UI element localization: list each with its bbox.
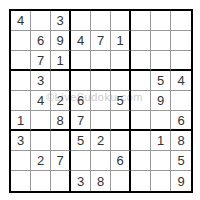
sudoku-cell-r9c5[interactable]: 8 [91,171,111,191]
sudoku-cell-r4c5[interactable] [91,71,111,91]
sudoku-cell-r6c2[interactable] [31,111,51,131]
sudoku-cell-r7c5[interactable]: 2 [91,131,111,151]
sudoku-cell-r8c2[interactable]: 2 [31,151,51,171]
sudoku-cell-r4c4[interactable] [71,71,91,91]
sudoku-cell-r8c3[interactable]: 7 [51,151,71,171]
sudoku-cell-r1c2[interactable] [31,11,51,31]
sudoku-cell-r1c9[interactable] [171,11,191,31]
sudoku-cell-r7c1[interactable]: 3 [11,131,31,151]
sudoku-cell-r3c1[interactable] [11,51,31,71]
sudoku-cell-r1c4[interactable] [71,11,91,31]
sudoku-cell-r2c7[interactable] [131,31,151,51]
sudoku-cell-r6c5[interactable] [91,111,111,131]
sudoku-cell-r5c3[interactable]: 2 [51,91,71,111]
sudoku-cell-r5c5[interactable] [91,91,111,111]
sudoku-cell-r6c9[interactable]: 6 [171,111,191,131]
sudoku-cell-r7c9[interactable]: 8 [171,131,191,151]
sudoku-cell-r7c4[interactable]: 5 [71,131,91,151]
sudoku-cell-r8c8[interactable] [151,151,171,171]
sudoku-cell-r9c1[interactable] [11,171,31,191]
sudoku-cell-r8c5[interactable] [91,151,111,171]
sudoku-cell-r2c8[interactable] [151,31,171,51]
sudoku-cell-r9c9[interactable]: 9 [171,171,191,191]
sudoku-cell-r5c8[interactable]: 9 [151,91,171,111]
sudoku-cell-r3c7[interactable] [131,51,151,71]
sudoku-cell-r5c2[interactable]: 4 [31,91,51,111]
sudoku-cell-r8c9[interactable]: 5 [171,151,191,171]
sudoku-cell-r5c4[interactable]: 6 [71,91,91,111]
sudoku-cell-r4c2[interactable]: 3 [31,71,51,91]
sudoku-cell-r9c6[interactable] [111,171,131,191]
sudoku-cell-r3c9[interactable] [171,51,191,71]
sudoku-cell-r1c1[interactable]: 4 [11,11,31,31]
sudoku-cell-r4c9[interactable]: 4 [171,71,191,91]
sudoku-cell-r7c8[interactable]: 1 [151,131,171,151]
sudoku-cell-r3c8[interactable] [151,51,171,71]
sudoku-cell-r4c3[interactable] [51,71,71,91]
sudoku-cell-r6c7[interactable] [131,111,151,131]
sudoku-cell-r1c7[interactable] [131,11,151,31]
sudoku-cell-r4c1[interactable] [11,71,31,91]
sudoku-cell-r3c5[interactable] [91,51,111,71]
sudoku-cell-r9c7[interactable] [131,171,151,191]
sudoku-cell-r2c3[interactable]: 9 [51,31,71,51]
sudoku-cell-r3c3[interactable]: 1 [51,51,71,71]
sudoku-cell-r9c3[interactable] [51,171,71,191]
sudoku-cell-r8c7[interactable] [131,151,151,171]
sudoku-cell-r9c8[interactable] [151,171,171,191]
sudoku-cell-r2c9[interactable] [171,31,191,51]
sudoku-cell-r3c6[interactable] [111,51,131,71]
sudoku-cell-r8c6[interactable]: 6 [111,151,131,171]
sudoku-cell-r3c4[interactable] [71,51,91,71]
sudoku-cell-r2c2[interactable]: 6 [31,31,51,51]
sudoku-cell-r8c4[interactable] [71,151,91,171]
sudoku-cell-r2c6[interactable]: 1 [111,31,131,51]
sudoku-cell-r6c1[interactable]: 1 [11,111,31,131]
sudoku-cell-r7c6[interactable] [111,131,131,151]
sudoku-cell-r6c8[interactable] [151,111,171,131]
sudoku-cell-r2c4[interactable]: 4 [71,31,91,51]
sudoku-cell-r1c6[interactable] [111,11,131,31]
sudoku-cell-r3c2[interactable]: 7 [31,51,51,71]
sudoku-cell-r4c8[interactable]: 5 [151,71,171,91]
sudoku-cell-r4c6[interactable] [111,71,131,91]
sudoku-cell-r4c7[interactable] [131,71,151,91]
sudoku-cell-r9c4[interactable]: 3 [71,171,91,191]
sudoku-cell-r7c2[interactable] [31,131,51,151]
sudoku-cell-r1c8[interactable] [151,11,171,31]
sudoku-cell-r7c3[interactable] [51,131,71,151]
sudoku-cell-r5c7[interactable] [131,91,151,111]
sudoku-cell-r6c3[interactable]: 8 [51,111,71,131]
sudoku-cell-r5c6[interactable]: 5 [111,91,131,111]
sudoku-cell-r1c5[interactable] [91,11,111,31]
sudoku-cell-r2c5[interactable]: 7 [91,31,111,51]
sudoku-board: ©LiveSudoku.com 436947171354426591876352… [9,9,193,193]
sudoku-cell-r6c4[interactable]: 7 [71,111,91,131]
sudoku-cell-r2c1[interactable] [11,31,31,51]
sudoku-cell-r6c6[interactable] [111,111,131,131]
sudoku-cell-r7c7[interactable] [131,131,151,151]
sudoku-cell-r1c3[interactable]: 3 [51,11,71,31]
sudoku-cell-r9c2[interactable] [31,171,51,191]
sudoku-cell-r5c1[interactable] [11,91,31,111]
sudoku-cell-r5c9[interactable] [171,91,191,111]
sudoku-cell-r8c1[interactable] [11,151,31,171]
